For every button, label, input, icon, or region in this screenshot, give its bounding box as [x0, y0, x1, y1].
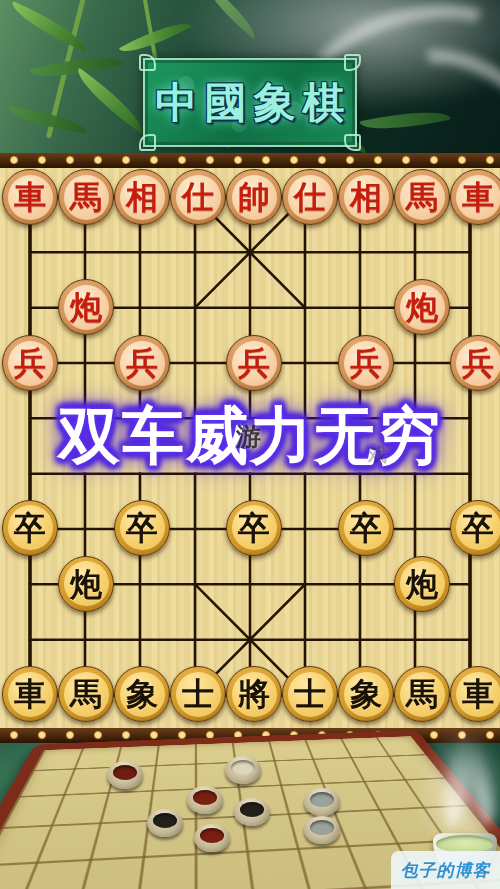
piece-black-馬[interactable]: 馬	[394, 666, 450, 722]
piece-black-卒[interactable]: 卒	[2, 500, 58, 556]
piece-black-馬[interactable]: 馬	[58, 666, 114, 722]
piece-red-帥[interactable]: 帥	[226, 169, 282, 225]
plaque-corner-ornament	[344, 134, 361, 151]
piece-red-仕[interactable]: 仕	[170, 169, 226, 225]
mini-piece	[234, 798, 270, 826]
piece-red-兵[interactable]: 兵	[2, 335, 58, 391]
piece-black-車[interactable]: 車	[450, 666, 500, 722]
bamboo-leaf	[29, 47, 123, 87]
blog-watermark: 包子的博客	[391, 851, 500, 889]
piece-red-炮[interactable]: 炮	[394, 279, 450, 335]
board-frame-top	[0, 153, 500, 168]
top-background: 中國象棋	[0, 0, 500, 153]
piece-red-車[interactable]: 車	[2, 169, 58, 225]
mini-board-pieces	[0, 743, 420, 889]
piece-red-相[interactable]: 相	[338, 169, 394, 225]
piece-red-仕[interactable]: 仕	[282, 169, 338, 225]
piece-black-炮[interactable]: 炮	[58, 556, 114, 612]
mini-piece	[225, 756, 261, 784]
plaque-corner-ornament	[139, 134, 156, 151]
piece-black-卒[interactable]: 卒	[338, 500, 394, 556]
piece-black-士[interactable]: 士	[282, 666, 338, 722]
piece-black-卒[interactable]: 卒	[450, 500, 500, 556]
mini-piece	[304, 788, 340, 816]
piece-black-車[interactable]: 車	[2, 666, 58, 722]
mini-board-scene	[18, 743, 438, 889]
piece-red-兵[interactable]: 兵	[226, 335, 282, 391]
title-plaque: 中國象棋	[143, 58, 357, 147]
bamboo-leaf	[69, 68, 150, 133]
mini-piece	[187, 786, 223, 814]
mini-piece	[147, 809, 183, 837]
piece-black-士[interactable]: 士	[170, 666, 226, 722]
piece-red-車[interactable]: 車	[450, 169, 500, 225]
mini-piece	[304, 816, 340, 844]
piece-black-象[interactable]: 象	[114, 666, 170, 722]
ghost-watermark: 游	[236, 420, 261, 453]
piece-red-相[interactable]: 相	[114, 169, 170, 225]
piece-red-馬[interactable]: 馬	[394, 169, 450, 225]
app-title: 中國象棋	[149, 75, 352, 131]
piece-black-將[interactable]: 將	[226, 666, 282, 722]
plaque-corner-ornament	[139, 54, 156, 71]
piece-black-炮[interactable]: 炮	[394, 556, 450, 612]
piece-red-兵[interactable]: 兵	[450, 335, 500, 391]
xiangqi-app: 中國象棋	[0, 0, 500, 889]
piece-red-兵[interactable]: 兵	[114, 335, 170, 391]
mini-piece	[107, 761, 143, 789]
piece-red-炮[interactable]: 炮	[58, 279, 114, 335]
piece-black-卒[interactable]: 卒	[226, 500, 282, 556]
piece-black-卒[interactable]: 卒	[114, 500, 170, 556]
mini-piece	[194, 824, 230, 852]
piece-black-象[interactable]: 象	[338, 666, 394, 722]
ghost-watermark: 戏	[368, 442, 387, 468]
piece-red-兵[interactable]: 兵	[338, 335, 394, 391]
piece-red-馬[interactable]: 馬	[58, 169, 114, 225]
